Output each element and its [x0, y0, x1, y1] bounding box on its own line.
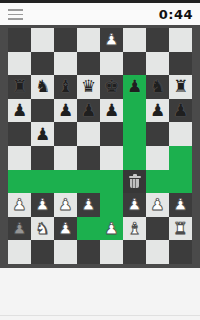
square-3-5[interactable] [123, 99, 146, 123]
square-8-7[interactable]: ♜ [169, 217, 192, 241]
square-9-5[interactable] [123, 240, 146, 264]
black-king[interactable]: ♚ [104, 78, 119, 95]
square-9-2[interactable] [54, 240, 77, 264]
square-6-4[interactable] [100, 170, 123, 194]
square-0-5[interactable] [123, 28, 146, 52]
square-6-3[interactable] [77, 170, 100, 194]
square-3-2[interactable]: ♟ [54, 99, 77, 123]
square-9-7[interactable] [169, 240, 192, 264]
square-2-3[interactable]: ♛ [77, 75, 100, 99]
square-6-0[interactable] [8, 170, 31, 194]
black-bishop[interactable]: ♝ [58, 78, 73, 95]
square-2-2[interactable]: ♝ [54, 75, 77, 99]
square-1-5[interactable] [123, 52, 146, 76]
square-1-6[interactable] [146, 52, 169, 76]
square-5-7[interactable] [169, 146, 192, 170]
square-3-4[interactable]: ♟ [100, 99, 123, 123]
white-pawn[interactable]: ♟ [58, 221, 72, 237]
square-7-1[interactable]: ♟ [31, 193, 54, 217]
square-3-7[interactable]: ♟ [169, 99, 192, 123]
square-9-6[interactable] [146, 240, 169, 264]
white-pawn[interactable]: ♟ [173, 197, 187, 213]
square-4-0[interactable] [8, 122, 31, 146]
white-pawn[interactable]: ♟ [12, 197, 26, 213]
square-3-6[interactable]: ♟ [146, 99, 169, 123]
square-2-1[interactable]: ♞ [31, 75, 54, 99]
square-4-6[interactable] [146, 122, 169, 146]
white-pawn[interactable]: ♟ [104, 221, 118, 237]
square-2-4[interactable]: ♚ [100, 75, 123, 99]
square-6-6[interactable] [146, 170, 169, 194]
black-pawn[interactable]: ♟ [150, 102, 165, 119]
square-5-3[interactable] [77, 146, 100, 170]
square-1-0[interactable] [8, 52, 31, 76]
black-pawn[interactable]: ♟ [81, 102, 96, 119]
bottom-divider [0, 315, 200, 316]
square-8-5[interactable]: ♝ [123, 217, 146, 241]
square-5-6[interactable] [146, 146, 169, 170]
square-5-2[interactable] [54, 146, 77, 170]
square-5-4[interactable] [100, 146, 123, 170]
game-timer: 0:44 [159, 7, 193, 22]
white-pawn[interactable]: ♟ [150, 197, 164, 213]
white-pawn[interactable]: ♟ [104, 32, 118, 48]
black-pawn[interactable]: ♟ [35, 126, 50, 143]
square-0-2[interactable] [54, 28, 77, 52]
square-7-5[interactable]: ♟ [123, 193, 146, 217]
white-pawn[interactable]: ♟ [12, 221, 26, 237]
square-5-1[interactable] [31, 146, 54, 170]
square-2-5[interactable]: ♟ [123, 75, 146, 99]
square-5-0[interactable] [8, 146, 31, 170]
square-9-0[interactable] [8, 240, 31, 264]
square-1-2[interactable] [54, 52, 77, 76]
square-4-2[interactable] [54, 122, 77, 146]
square-7-7[interactable]: ♟ [169, 193, 192, 217]
square-3-1[interactable] [31, 99, 54, 123]
bottom-area [0, 268, 200, 320]
square-7-3[interactable]: ♟ [77, 193, 100, 217]
square-4-7[interactable] [169, 122, 192, 146]
white-pawn[interactable]: ♟ [35, 197, 49, 213]
black-pawn[interactable]: ♟ [104, 102, 119, 119]
square-9-1[interactable] [31, 240, 54, 264]
square-2-6[interactable]: ♞ [146, 75, 169, 99]
square-8-4[interactable]: ♟ [100, 217, 123, 241]
white-pawn[interactable]: ♟ [58, 197, 72, 213]
square-7-0[interactable]: ♟ [8, 193, 31, 217]
board-panel: ♟♜♞♝♛♚♟♞♜♟♟♟♟♟♟♟♟♟♟♟♟♟♟♟♞♟♟♝♜ [0, 25, 200, 268]
black-pawn[interactable]: ♟ [173, 102, 188, 119]
square-0-6[interactable] [146, 28, 169, 52]
white-pawn[interactable]: ♟ [127, 197, 141, 213]
black-pawn[interactable]: ♟ [58, 102, 73, 119]
menu-hamburger-icon[interactable] [8, 9, 23, 21]
square-9-3[interactable] [77, 240, 100, 264]
black-knight[interactable]: ♞ [150, 78, 165, 95]
black-rook[interactable]: ♜ [173, 78, 188, 95]
square-8-1[interactable]: ♞ [31, 217, 54, 241]
black-knight[interactable]: ♞ [35, 78, 50, 95]
white-bishop[interactable]: ♝ [127, 221, 141, 237]
square-5-5[interactable] [123, 146, 146, 170]
square-0-3[interactable] [77, 28, 100, 52]
white-rook[interactable]: ♜ [173, 221, 187, 237]
square-4-4[interactable] [100, 122, 123, 146]
square-8-2[interactable]: ♟ [54, 217, 77, 241]
square-3-0[interactable]: ♟ [8, 99, 31, 123]
top-bar: 0:44 [0, 3, 200, 25]
square-0-7[interactable] [169, 28, 192, 52]
black-pawn[interactable]: ♟ [127, 78, 142, 95]
square-4-3[interactable] [77, 122, 100, 146]
square-1-3[interactable] [77, 52, 100, 76]
black-rook[interactable]: ♜ [12, 78, 27, 95]
square-4-5[interactable] [123, 122, 146, 146]
square-8-6[interactable] [146, 217, 169, 241]
chess-board: ♟♜♞♝♛♚♟♞♜♟♟♟♟♟♟♟♟♟♟♟♟♟♟♟♞♟♟♝♜ [8, 28, 192, 264]
white-pawn[interactable]: ♟ [81, 197, 95, 213]
square-1-7[interactable] [169, 52, 192, 76]
square-0-4[interactable]: ♟ [100, 28, 123, 52]
square-6-7[interactable] [169, 170, 192, 194]
square-7-4[interactable] [100, 193, 123, 217]
square-0-1[interactable] [31, 28, 54, 52]
square-2-0[interactable]: ♜ [8, 75, 31, 99]
black-pawn[interactable]: ♟ [12, 102, 27, 119]
square-9-4[interactable] [100, 240, 123, 264]
square-7-2[interactable]: ♟ [54, 193, 77, 217]
square-3-3[interactable]: ♟ [77, 99, 100, 123]
square-7-6[interactable]: ♟ [146, 193, 169, 217]
square-2-7[interactable]: ♜ [169, 75, 192, 99]
square-4-1[interactable]: ♟ [31, 122, 54, 146]
square-1-4[interactable] [100, 52, 123, 76]
white-knight[interactable]: ♞ [35, 221, 49, 237]
trash-icon [129, 174, 141, 188]
square-6-5[interactable] [123, 170, 146, 194]
square-8-3[interactable] [77, 217, 100, 241]
square-0-0[interactable] [8, 28, 31, 52]
square-6-1[interactable] [31, 170, 54, 194]
square-1-1[interactable] [31, 52, 54, 76]
black-queen[interactable]: ♛ [81, 78, 96, 95]
square-6-2[interactable] [54, 170, 77, 194]
square-8-0[interactable]: ♟ [8, 217, 31, 241]
